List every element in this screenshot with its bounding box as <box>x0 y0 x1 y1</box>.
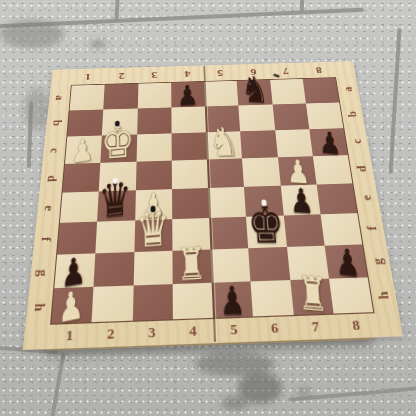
rank-label-3: 3 <box>138 67 171 83</box>
square-g2[interactable] <box>94 252 134 287</box>
piece-white-pawn-h1[interactable]: ♟ <box>58 284 85 329</box>
piece-black-pawn-e7[interactable]: ♟ <box>288 184 314 219</box>
square-c3[interactable] <box>136 133 171 161</box>
square-h7[interactable]: ♜ <box>290 279 334 315</box>
chess-piece-glyph: ♜ <box>296 266 329 322</box>
square-a4[interactable]: ♟ <box>171 82 205 108</box>
square-c6[interactable] <box>240 130 277 158</box>
piece-white-queen-f3[interactable]: ♛ <box>135 203 170 256</box>
chess-piece-glyph: ♟ <box>58 282 85 333</box>
square-h6[interactable] <box>251 280 294 316</box>
chess-piece-glyph: ♟ <box>71 132 94 170</box>
square-e7[interactable]: ♟ <box>280 185 320 216</box>
square-c5[interactable]: ♞ <box>206 131 242 159</box>
chess-piece-glyph: ♞ <box>209 119 240 166</box>
grout-line <box>389 28 402 174</box>
piece-black-king-f6[interactable]: ♚ <box>247 198 286 251</box>
square-d4[interactable] <box>172 159 208 189</box>
playing-area: ♟♞♟♚♞♟♟♛♟♟♛♚♟♜♟♟♟♜ <box>50 77 375 325</box>
square-a5[interactable] <box>204 81 239 107</box>
rank-label-6: 6 <box>254 316 297 340</box>
piece-white-pawn-c1[interactable]: ♟ <box>71 134 94 168</box>
square-b3[interactable] <box>137 107 172 134</box>
floor-stain <box>296 388 312 395</box>
chess-piece-glyph: ♟ <box>176 79 199 112</box>
square-e8[interactable] <box>316 183 357 214</box>
square-e5[interactable] <box>208 187 246 218</box>
piece-finial-tip <box>150 206 155 213</box>
square-h3[interactable] <box>132 284 172 321</box>
floor-stain <box>90 40 106 48</box>
piece-black-knight-a6[interactable]: ♞ <box>241 71 270 108</box>
square-c2[interactable]: ♚ <box>101 134 137 162</box>
square-d6[interactable] <box>242 157 280 187</box>
piece-black-pawn-c8[interactable]: ♟ <box>318 127 342 160</box>
rank-label-3: 3 <box>131 320 172 345</box>
square-e1[interactable] <box>60 191 99 222</box>
piece-black-pawn-h5[interactable]: ♟ <box>219 281 246 321</box>
rank-label-7: 7 <box>269 63 303 79</box>
chess-board: 12345678 12345678 abcdefgh abcdefgh ♟♞♟♚… <box>23 61 403 350</box>
square-b7[interactable] <box>272 103 309 130</box>
chess-piece-glyph: ♟ <box>219 278 246 324</box>
piece-white-knight-c5[interactable]: ♞ <box>209 122 240 162</box>
piece-white-rook-h7[interactable]: ♜ <box>296 270 329 319</box>
square-g4[interactable]: ♜ <box>172 250 211 285</box>
chess-piece-glyph: ♟ <box>334 240 362 286</box>
piece-white-rook-g4[interactable]: ♜ <box>176 242 207 288</box>
chess-piece-glyph: ♞ <box>241 68 270 112</box>
square-f3[interactable]: ♛ <box>134 219 172 252</box>
chess-piece-glyph: ♟ <box>288 181 314 221</box>
rank-label-8: 8 <box>334 313 378 337</box>
square-f5[interactable] <box>209 217 248 250</box>
square-e2[interactable]: ♛ <box>97 190 135 221</box>
square-a6[interactable]: ♞ <box>237 80 272 106</box>
piece-black-pawn-g8[interactable]: ♟ <box>334 243 361 283</box>
rank-label-8: 8 <box>301 62 336 78</box>
square-h5[interactable]: ♟ <box>212 281 254 317</box>
square-a8[interactable] <box>302 78 339 104</box>
square-a7[interactable] <box>270 79 306 105</box>
square-g8[interactable]: ♟ <box>324 244 367 278</box>
rank-label-2: 2 <box>90 322 132 347</box>
rank-label-4: 4 <box>172 319 213 343</box>
square-c1[interactable]: ♟ <box>65 136 102 164</box>
chess-piece-glyph: ♜ <box>176 237 207 290</box>
piece-white-king-c2[interactable]: ♚ <box>101 118 135 166</box>
square-e4[interactable] <box>172 188 209 219</box>
piece-black-pawn-a4[interactable]: ♟ <box>176 81 198 110</box>
square-h2[interactable] <box>92 285 133 322</box>
grout-line <box>50 352 65 416</box>
piece-black-queen-e2[interactable]: ♛ <box>99 175 133 226</box>
chess-piece-glyph: ♟ <box>318 125 342 162</box>
square-a1[interactable] <box>70 85 105 111</box>
floor-stain <box>0 20 64 48</box>
square-f6[interactable]: ♚ <box>246 216 286 249</box>
square-h1[interactable]: ♟ <box>51 287 94 324</box>
rank-label-2: 2 <box>104 68 138 84</box>
square-c4[interactable] <box>171 132 207 160</box>
square-a2[interactable] <box>103 84 137 110</box>
grout-line <box>300 0 304 12</box>
rank-label-1: 1 <box>71 69 105 85</box>
floor-stain <box>222 396 248 410</box>
square-c8[interactable]: ♟ <box>309 128 348 156</box>
square-a3[interactable] <box>137 83 171 109</box>
rank-label-5: 5 <box>203 65 237 81</box>
